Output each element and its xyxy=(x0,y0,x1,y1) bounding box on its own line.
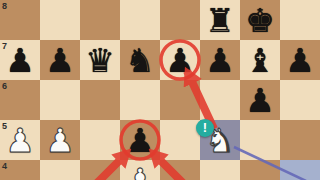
black-pawn-d5[interactable]: ♟ xyxy=(120,120,160,160)
square-a6[interactable]: 6 xyxy=(0,80,40,120)
square-c6[interactable] xyxy=(80,80,120,120)
black-king-g8[interactable]: ♚ xyxy=(240,0,280,40)
square-b8[interactable] xyxy=(40,0,80,40)
square-h4[interactable] xyxy=(280,160,320,180)
square-c8[interactable] xyxy=(80,0,120,40)
black-pawn-h7[interactable]: ♟ xyxy=(280,40,320,80)
square-h8[interactable] xyxy=(280,0,320,40)
square-c5[interactable] xyxy=(80,120,120,160)
black-knight-d7[interactable]: ♞ xyxy=(120,40,160,80)
square-f4[interactable] xyxy=(200,160,240,180)
square-h5[interactable] xyxy=(280,120,320,160)
white-pawn-a5[interactable]: ♟ xyxy=(0,120,40,160)
square-b6[interactable] xyxy=(40,80,80,120)
black-pawn-b7[interactable]: ♟ xyxy=(40,40,80,80)
black-pawn-a7[interactable]: ♟ xyxy=(0,40,40,80)
square-d8[interactable] xyxy=(120,0,160,40)
move-quality-badge: ! xyxy=(196,119,214,137)
square-e8[interactable] xyxy=(160,0,200,40)
black-pawn-e7[interactable]: ♟ xyxy=(160,40,200,80)
square-e6[interactable] xyxy=(160,80,200,120)
square-b4[interactable] xyxy=(40,160,80,180)
rank-label-8: 8 xyxy=(2,1,7,11)
square-e4[interactable] xyxy=(160,160,200,180)
black-bishop-g7[interactable]: ♝ xyxy=(240,40,280,80)
black-pawn-g6[interactable]: ♟ xyxy=(240,80,280,120)
square-e5[interactable] xyxy=(160,120,200,160)
black-rook-f8[interactable]: ♜ xyxy=(200,0,240,40)
black-pawn-f7[interactable]: ♟ xyxy=(200,40,240,80)
square-h6[interactable] xyxy=(280,80,320,120)
square-f6[interactable] xyxy=(200,80,240,120)
square-c4[interactable] xyxy=(80,160,120,180)
rank-label-6: 6 xyxy=(2,81,7,91)
square-g5[interactable] xyxy=(240,120,280,160)
square-a4[interactable]: 4 xyxy=(0,160,40,180)
square-g4[interactable] xyxy=(240,160,280,180)
white-pawn-b5[interactable]: ♟ xyxy=(40,120,80,160)
white-pawn-d4[interactable]: ♟ xyxy=(120,160,160,180)
rank-label-4: 4 xyxy=(2,161,7,171)
square-d6[interactable] xyxy=(120,80,160,120)
square-a8[interactable]: 8 xyxy=(0,0,40,40)
black-queen-c7[interactable]: ♛ xyxy=(80,40,120,80)
chess-board-view: 87654 ♜♚♟♟♛♞♟♟♝♟♟♟♟♟♟♞ ! xyxy=(0,0,320,180)
